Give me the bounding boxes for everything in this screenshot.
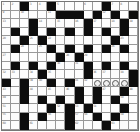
grid-cell-r3c8[interactable]: [75, 28, 84, 37]
grid-cell-r0c0[interactable]: 1: [2, 2, 11, 11]
clue-number: 51: [2, 104, 5, 108]
black-cell-r8c9: [84, 70, 93, 79]
grid-cell-r9c13[interactable]: [120, 79, 129, 88]
grid-cell-r3c6[interactable]: [56, 28, 65, 37]
grid-cell-r8c5[interactable]: 35: [47, 70, 56, 79]
clue-number: 13: [2, 19, 5, 23]
grid-cell-r4c0[interactable]: 20: [2, 36, 11, 45]
black-cell-r5c9: [84, 45, 93, 54]
black-cell-r0c11: [102, 2, 111, 11]
clue-number: 11: [47, 11, 50, 15]
grid-cell-r5c8[interactable]: [75, 45, 84, 54]
grid-cell-r12c6[interactable]: 52: [56, 104, 65, 113]
grid-cell-r2c12[interactable]: 18: [111, 19, 120, 28]
black-cell-r4c2: [20, 36, 29, 45]
clue-number: 38: [120, 70, 123, 74]
clue-number: 63: [111, 121, 114, 125]
black-cell-r3c3: [29, 28, 38, 37]
black-cell-r12c13: [120, 104, 129, 113]
clue-number: 25: [38, 45, 41, 49]
grid-cell-r12c4[interactable]: [38, 104, 47, 113]
clue-number: 55: [2, 113, 5, 117]
clue-number: 4: [38, 2, 40, 6]
grid-cell-r9c6[interactable]: [56, 79, 65, 88]
grid-cell-r8c6[interactable]: [56, 70, 65, 79]
grid-cell-r5c12[interactable]: 26: [111, 45, 120, 54]
black-cell-r5c1: [11, 45, 20, 54]
clue-number: 48: [129, 87, 132, 91]
black-cell-r1c8: [75, 11, 84, 20]
grid-cell-r5c0[interactable]: [2, 45, 11, 54]
grid-cell-r7c2[interactable]: [20, 62, 29, 71]
grid-cell-r10c4[interactable]: [38, 87, 47, 96]
grid-cell-r8c13[interactable]: 38: [120, 70, 129, 79]
grid-cell-r8c11[interactable]: 37: [102, 70, 111, 79]
grid-cell-r7c10[interactable]: [93, 62, 102, 71]
grid-cell-r4c6[interactable]: [56, 36, 65, 45]
grid-cell-r5c4[interactable]: 25: [38, 45, 47, 54]
grid-cell-r12c14[interactable]: [129, 104, 138, 113]
grid-cell-r2c5[interactable]: [47, 19, 56, 28]
grid-cell-r2c6[interactable]: 15: [56, 19, 65, 28]
grid-cell-r2c0[interactable]: 13: [2, 19, 11, 28]
clue-number: 30: [56, 62, 59, 66]
black-cell-r4c4: [38, 36, 47, 45]
grid-cell-r4c1[interactable]: [11, 36, 20, 45]
grid-cell-r1c2[interactable]: 10: [20, 11, 29, 20]
clue-number: 12: [102, 11, 105, 15]
clue-number: 23: [120, 36, 123, 40]
black-cell-r9c0: [2, 79, 11, 88]
clue-number: 5: [56, 2, 58, 6]
circle-mark-icon: [103, 80, 110, 87]
grid-cell-r3c0[interactable]: [2, 28, 11, 37]
grid-cell-r11c1[interactable]: [11, 96, 20, 105]
black-cell-r10c10: [93, 87, 102, 96]
black-cell-r14c7: [65, 121, 74, 130]
grid-cell-r8c0[interactable]: 32: [2, 70, 11, 79]
grid-cell-r2c2[interactable]: [20, 19, 29, 28]
clue-number: 29: [84, 53, 87, 57]
grid-cell-r6c9[interactable]: 29: [84, 53, 93, 62]
grid-cell-r12c11[interactable]: [102, 104, 111, 113]
grid-cell-r6c2[interactable]: [20, 53, 29, 62]
grid-cell-r9c9[interactable]: 42: [84, 79, 93, 88]
grid-cell-r14c14[interactable]: [129, 121, 138, 130]
black-cell-r7c13: [120, 62, 129, 71]
black-cell-r12c9: [84, 104, 93, 113]
grid-cell-r7c4[interactable]: [38, 62, 47, 71]
black-cell-r8c14: [129, 70, 138, 79]
grid-cell-r5c3[interactable]: [29, 45, 38, 54]
clue-number: 16: [75, 19, 78, 23]
grid-cell-r14c10[interactable]: [93, 121, 102, 130]
black-cell-r13c10: [93, 113, 102, 122]
grid-cell-r14c5[interactable]: [47, 121, 56, 130]
clue-number: 24: [20, 45, 23, 49]
grid-cell-r10c11[interactable]: 47: [102, 87, 111, 96]
black-cell-r9c5: [47, 79, 56, 88]
grid-cell-r6c14[interactable]: [129, 53, 138, 62]
clue-number: 9: [2, 11, 4, 15]
black-cell-r13c12: [111, 113, 120, 122]
black-cell-r1c10: [93, 11, 102, 20]
black-cell-r12c7: [65, 104, 74, 113]
black-cell-r5c7: [65, 45, 74, 54]
black-cell-r9c7: [65, 79, 74, 88]
clue-number: 26: [111, 45, 114, 49]
black-cell-r3c9: [84, 28, 93, 37]
grid-cell-r4c13[interactable]: 23: [120, 36, 129, 45]
grid-cell-r13c14[interactable]: [129, 113, 138, 122]
grid-cell-r4c9[interactable]: [84, 36, 93, 45]
clue-number: 54: [93, 104, 96, 108]
grid-cell-r10c3[interactable]: 44: [29, 87, 38, 96]
clue-number: 49: [2, 96, 5, 100]
grid-cell-r11c5[interactable]: [47, 96, 56, 105]
black-cell-r11c2: [20, 96, 29, 105]
black-cell-r3c13: [120, 28, 129, 37]
clue-number: 1: [2, 2, 4, 6]
grid-cell-r9c12[interactable]: [111, 79, 120, 88]
black-cell-r14c11: [102, 121, 111, 130]
grid-cell-r0c13[interactable]: 8: [120, 2, 129, 11]
grid-cell-r10c6[interactable]: [56, 87, 65, 96]
grid-cell-r11c9[interactable]: [84, 96, 93, 105]
grid-cell-r12c10[interactable]: 54: [93, 104, 102, 113]
black-cell-r5c5: [47, 45, 56, 54]
clue-number: 8: [120, 2, 122, 6]
black-cell-r0c2: [20, 2, 29, 11]
grid-cell-r11c11[interactable]: [102, 96, 111, 105]
grid-cell-r1c0[interactable]: 9: [2, 11, 11, 20]
black-cell-r5c11: [102, 45, 111, 54]
grid-cell-r8c10[interactable]: 36: [93, 70, 102, 79]
grid-cell-r6c5[interactable]: [47, 53, 56, 62]
grid-cell-r10c12[interactable]: [111, 87, 120, 96]
clue-number: 22: [47, 36, 50, 40]
grid-cell-r7c14[interactable]: [129, 62, 138, 71]
black-cell-r11c8: [75, 96, 84, 105]
grid-cell-r8c3[interactable]: 34: [29, 70, 38, 79]
black-cell-r7c3: [29, 62, 38, 71]
grid-cell-r13c6[interactable]: [56, 113, 65, 122]
black-cell-r5c13: [120, 45, 129, 54]
grid-cell-r13c1[interactable]: [11, 113, 20, 122]
clue-number: 17: [93, 19, 96, 23]
grid-cell-r3c10[interactable]: [93, 28, 102, 37]
grid-cell-r9c3[interactable]: 39: [29, 79, 38, 88]
clue-number: 56: [47, 113, 50, 117]
grid-cell-r4c14[interactable]: [129, 36, 138, 45]
grid-cell-r3c4[interactable]: [38, 28, 47, 37]
circle-mark-icon: [94, 80, 101, 87]
black-cell-r7c11: [102, 62, 111, 71]
grid-cell-r2c8[interactable]: 16: [75, 19, 84, 28]
grid-cell-r3c12[interactable]: [111, 28, 120, 37]
grid-cell-r12c2[interactable]: [20, 104, 29, 113]
grid-cell-r6c10[interactable]: [93, 53, 102, 62]
grid-cell-r10c0[interactable]: 43: [2, 87, 11, 96]
black-cell-r12c5: [47, 104, 56, 113]
grid-cell-r12c3[interactable]: [29, 104, 38, 113]
clue-number: 7: [111, 2, 113, 6]
grid-cell-r6c4[interactable]: [38, 53, 47, 62]
clue-number: 42: [84, 79, 87, 83]
grid-cell-r13c13[interactable]: 59: [120, 113, 129, 122]
clue-number: 27: [2, 53, 5, 57]
clue-number: 3: [29, 2, 31, 6]
grid-cell-r8c12[interactable]: [111, 70, 120, 79]
grid-cell-r3c14[interactable]: [129, 28, 138, 37]
clue-number: 47: [102, 87, 105, 91]
black-cell-r3c1: [11, 28, 20, 37]
clue-number: 6: [84, 2, 86, 6]
crossword-page: 1234567891011121314151617181920212223242…: [0, 0, 140, 132]
black-cell-r10c13: [120, 87, 129, 96]
grid-cell-r12c0[interactable]: 51: [2, 104, 11, 113]
grid-cell-r8c7[interactable]: [65, 70, 74, 79]
clue-number: 15: [56, 19, 59, 23]
grid-cell-r14c3[interactable]: 61: [29, 121, 38, 130]
clue-number: 35: [47, 70, 50, 74]
circle-mark-icon: [121, 80, 128, 87]
black-cell-r10c2: [20, 87, 29, 96]
grid-cell-r2c10[interactable]: 17: [93, 19, 102, 28]
black-cell-r3c5: [47, 28, 56, 37]
grid-cell-r14c8[interactable]: 62: [75, 121, 84, 130]
clue-number: 50: [120, 96, 123, 100]
black-cell-r1c6: [56, 11, 65, 20]
grid-cell-r14c4[interactable]: [38, 121, 47, 130]
grid-cell-r14c13[interactable]: [120, 121, 129, 130]
clue-number: 45: [47, 87, 50, 91]
clue-number: 41: [75, 79, 78, 83]
grid-cell-r1c5[interactable]: 11: [47, 11, 56, 20]
black-cell-r3c11: [102, 28, 111, 37]
grid-cell-r9c11[interactable]: [102, 79, 111, 88]
black-cell-r7c5: [47, 62, 56, 71]
grid-cell-r2c11[interactable]: [102, 19, 111, 28]
black-cell-r6c6: [56, 53, 65, 62]
grid-cell-r6c7[interactable]: 28: [65, 53, 74, 62]
grid-cell-r0c9[interactable]: 6: [84, 2, 93, 11]
black-cell-r0c5: [47, 2, 56, 11]
grid-cell-r1c4[interactable]: [38, 11, 47, 20]
grid-cell-r14c1[interactable]: [11, 121, 20, 130]
black-cell-r11c6: [56, 96, 65, 105]
black-cell-r13c2: [20, 113, 29, 122]
clue-number: 14: [38, 19, 41, 23]
grid-cell-r5c14[interactable]: [129, 45, 138, 54]
grid-cell-r14c9[interactable]: [84, 121, 93, 130]
grid-cell-r0c3[interactable]: 3: [29, 2, 38, 11]
grid-cell-r9c8[interactable]: 41: [75, 79, 84, 88]
clue-number: 44: [29, 87, 32, 91]
clue-number: 36: [93, 70, 96, 74]
grid-cell-r13c0[interactable]: 55: [2, 113, 11, 122]
grid-cell-r2c7[interactable]: [65, 19, 74, 28]
grid-cell-r10c9[interactable]: [84, 87, 93, 96]
clue-number: 40: [38, 79, 41, 83]
grid-cell-r4c8[interactable]: [75, 36, 84, 45]
grid-cell-r0c4[interactable]: 4: [38, 2, 47, 11]
grid-cell-r11c0[interactable]: 49: [2, 96, 11, 105]
clue-number: 53: [75, 104, 78, 108]
black-cell-r7c9: [84, 62, 93, 71]
black-cell-r11c12: [111, 96, 120, 105]
grid-cell-r5c10[interactable]: [93, 45, 102, 54]
grid-cell-r5c2[interactable]: 24: [20, 45, 29, 54]
grid-cell-r13c3[interactable]: [29, 113, 38, 122]
grid-cell-r13c11[interactable]: [102, 113, 111, 122]
clue-number: 58: [84, 113, 87, 117]
clue-number: 37: [102, 70, 105, 74]
grid-cell-r0c1[interactable]: 2: [11, 2, 20, 11]
clue-number: 18: [111, 19, 114, 23]
grid-cell-r4c10[interactable]: [93, 36, 102, 45]
clue-number: 19: [129, 19, 132, 23]
grid-cell-r8c1[interactable]: 33: [11, 70, 20, 79]
grid-cell-r7c6[interactable]: 30: [56, 62, 65, 71]
grid-cell-r7c0[interactable]: [2, 62, 11, 71]
grid-cell-r9c4[interactable]: 40: [38, 79, 47, 88]
black-cell-r13c7: [65, 113, 74, 122]
black-cell-r14c2: [20, 121, 29, 130]
grid-cell-r10c1[interactable]: [11, 87, 20, 96]
black-cell-r2c3: [29, 19, 38, 28]
black-cell-r1c12: [111, 11, 120, 20]
black-cell-r11c10: [93, 96, 102, 105]
grid-cell-r4c3[interactable]: 21: [29, 36, 38, 45]
grid-cell-r6c1[interactable]: [11, 53, 20, 62]
grid-cell-r4c7[interactable]: [65, 36, 74, 45]
black-cell-r2c13: [120, 19, 129, 28]
grid-cell-r12c12[interactable]: [111, 104, 120, 113]
clue-number: 39: [29, 79, 32, 83]
grid-cell-r12c1[interactable]: [11, 104, 20, 113]
black-cell-r13c4: [38, 113, 47, 122]
grid-cell-r14c6[interactable]: [56, 121, 65, 130]
clue-number: 21: [29, 36, 32, 40]
clue-number: 33: [11, 70, 14, 74]
grid-cell-r4c5[interactable]: 22: [47, 36, 56, 45]
black-cell-r9c14: [129, 79, 138, 88]
grid-cell-r0c6[interactable]: 5: [56, 2, 65, 11]
grid-cell-r11c13[interactable]: 50: [120, 96, 129, 105]
grid-cell-r1c9[interactable]: [84, 11, 93, 20]
grid-cell-r10c7[interactable]: 46: [65, 87, 74, 96]
grid-cell-r6c3[interactable]: [29, 53, 38, 62]
grid-cell-r11c14[interactable]: [129, 96, 138, 105]
crossword-grid: 1234567891011121314151617181920212223242…: [1, 1, 139, 131]
clue-number: 31: [75, 62, 78, 66]
grid-cell-r6c0[interactable]: 27: [2, 53, 11, 62]
grid-cell-r14c12[interactable]: 63: [111, 121, 120, 130]
black-cell-r3c7: [65, 28, 74, 37]
grid-cell-r0c7[interactable]: [65, 2, 74, 11]
grid-cell-r4c11[interactable]: [102, 36, 111, 45]
grid-cell-r12c8[interactable]: 53: [75, 104, 84, 113]
clue-number: 32: [2, 70, 5, 74]
clue-number: 43: [2, 87, 5, 91]
clue-number: 46: [65, 87, 68, 91]
grid-cell-r13c9[interactable]: 58: [84, 113, 93, 122]
clue-number: 20: [2, 36, 5, 40]
grid-cell-r13c5[interactable]: 56: [47, 113, 56, 122]
clue-number: 34: [29, 70, 32, 74]
grid-cell-r0c12[interactable]: 7: [111, 2, 120, 11]
circle-mark-icon: [112, 80, 119, 87]
clue-number: 59: [120, 113, 123, 117]
clue-number: 28: [65, 53, 68, 57]
grid-cell-r11c3[interactable]: [29, 96, 38, 105]
clue-number: 60: [2, 121, 5, 125]
black-cell-r4c12: [111, 36, 120, 45]
grid-cell-r9c1[interactable]: [11, 79, 20, 88]
grid-cell-r14c0[interactable]: 60: [2, 121, 11, 130]
black-cell-r7c1: [11, 62, 20, 71]
grid-cell-r10c5[interactable]: 45: [47, 87, 56, 96]
grid-cell-r1c1[interactable]: [11, 11, 20, 20]
grid-cell-r0c8[interactable]: [75, 2, 84, 11]
clue-number: 52: [56, 104, 59, 108]
grid-cell-r8c2[interactable]: [20, 70, 29, 79]
black-cell-r2c9: [84, 19, 93, 28]
grid-cell-r0c10[interactable]: [93, 2, 102, 11]
grid-cell-r7c8[interactable]: 31: [75, 62, 84, 71]
black-cell-r8c4: [38, 70, 47, 79]
clue-number: 10: [20, 11, 23, 15]
black-cell-r1c14: [129, 11, 138, 20]
grid-cell-r3c2[interactable]: [20, 28, 29, 37]
black-cell-r9c2: [20, 79, 29, 88]
grid-cell-r6c12[interactable]: [111, 53, 120, 62]
clue-number: 2: [11, 2, 13, 6]
grid-cell-r13c8[interactable]: 57: [75, 113, 84, 122]
grid-cell-r5c6[interactable]: [56, 45, 65, 54]
grid-cell-r6c13[interactable]: [120, 53, 129, 62]
grid-cell-r2c4[interactable]: 14: [38, 19, 47, 28]
black-cell-r11c4: [38, 96, 47, 105]
black-cell-r10c8: [75, 87, 84, 96]
grid-cell-r6c11[interactable]: [102, 53, 111, 62]
black-cell-r6c8: [75, 53, 84, 62]
black-cell-r1c7: [65, 11, 74, 20]
grid-cell-r10c14[interactable]: 48: [129, 87, 138, 96]
grid-cell-r9c10[interactable]: [93, 79, 102, 88]
grid-cell-r2c14[interactable]: 19: [129, 19, 138, 28]
grid-cell-r2c1[interactable]: [11, 19, 20, 28]
grid-cell-r0c14[interactable]: [129, 2, 138, 11]
clue-number: 62: [75, 121, 78, 125]
clue-number: 57: [75, 113, 78, 117]
grid-cell-r1c11[interactable]: 12: [102, 11, 111, 20]
grid-cell-r7c7[interactable]: [65, 62, 74, 71]
grid-cell-r8c8[interactable]: [75, 70, 84, 79]
grid-cell-r11c7[interactable]: [65, 96, 74, 105]
clue-number: 61: [29, 121, 32, 125]
grid-cell-r7c12[interactable]: [111, 62, 120, 71]
grid-cell-r1c3[interactable]: [29, 11, 38, 20]
grid-cell-r1c13[interactable]: [120, 11, 129, 20]
